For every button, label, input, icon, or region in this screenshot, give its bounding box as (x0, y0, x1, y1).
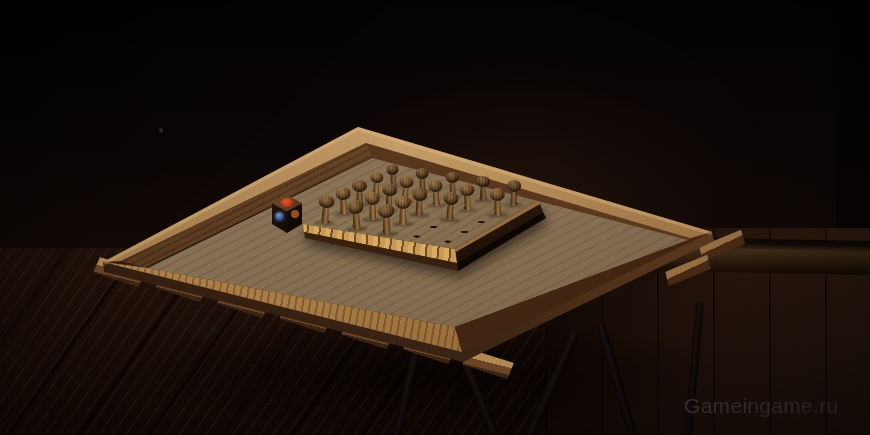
peg-stem (321, 206, 330, 225)
colour-die[interactable] (268, 193, 306, 237)
peg-cap (318, 195, 335, 210)
hole-icon (459, 230, 470, 233)
peg-cap (445, 171, 459, 183)
peg-cap (507, 179, 522, 191)
peg-cap (415, 167, 429, 179)
peg-cap (428, 179, 443, 192)
peg-cap (442, 191, 459, 205)
die-blue-dot (274, 211, 285, 222)
peg-cap (476, 176, 490, 188)
hole-icon (412, 235, 422, 238)
peg[interactable] (346, 199, 366, 230)
peg[interactable] (489, 188, 506, 216)
die-red-dot (280, 198, 294, 207)
peg[interactable] (458, 183, 476, 211)
hole-icon (476, 221, 487, 224)
peg-cap (352, 180, 366, 192)
peg-cap (382, 183, 397, 196)
peg[interactable] (411, 187, 429, 216)
peg-stem (399, 206, 407, 225)
peg-cap (385, 163, 399, 175)
peg[interactable] (376, 203, 396, 235)
hole-icon (428, 225, 438, 228)
peg-cap (399, 175, 414, 188)
peg-cap (412, 187, 428, 201)
peg[interactable] (394, 196, 412, 225)
peg-cap (335, 187, 351, 201)
peg-cap (347, 199, 365, 214)
peg[interactable] (506, 179, 522, 206)
peg-cap (395, 196, 411, 209)
peg-cap (365, 191, 381, 204)
peg[interactable] (316, 195, 336, 225)
peg-cap (369, 171, 383, 183)
watermark: Gameingame.ru (684, 394, 870, 418)
hole-icon (442, 240, 453, 243)
peg-cap (377, 203, 395, 218)
peg-cap (459, 183, 475, 196)
peg-cap (490, 188, 506, 201)
die-orange-dot (291, 210, 299, 218)
photo-scene: Gameingame.ru (0, 0, 870, 435)
peg[interactable] (441, 191, 460, 221)
